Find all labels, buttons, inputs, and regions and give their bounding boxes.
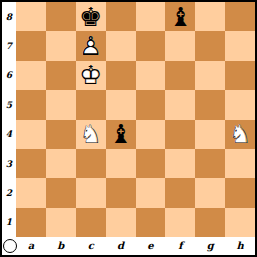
rank-label-4: 4: [2, 120, 16, 149]
square-b2[interactable]: [46, 178, 76, 207]
rank-label-7: 7: [2, 31, 16, 60]
white-to-move-circle-icon: [3, 239, 17, 253]
square-a5[interactable]: [16, 90, 46, 119]
file-label-a: a: [16, 237, 46, 254]
square-h8[interactable]: [225, 2, 255, 31]
rank-label-1: 1: [2, 208, 16, 237]
square-c5[interactable]: [76, 90, 106, 119]
square-c2[interactable]: [76, 178, 106, 207]
square-f3[interactable]: [165, 149, 195, 178]
rank-label-3: 3: [2, 149, 16, 178]
square-b4[interactable]: [46, 120, 76, 149]
file-label-b: b: [46, 237, 76, 254]
square-d8[interactable]: [106, 2, 136, 31]
file-label-f: f: [165, 237, 195, 254]
square-b1[interactable]: [46, 208, 76, 237]
square-a8[interactable]: [16, 2, 46, 31]
square-f5[interactable]: [165, 90, 195, 119]
square-h3[interactable]: [225, 149, 255, 178]
square-c7[interactable]: ♟♙: [76, 31, 106, 60]
square-e3[interactable]: [136, 149, 166, 178]
square-h6[interactable]: [225, 61, 255, 90]
square-c4[interactable]: ♞♘: [76, 120, 106, 149]
square-h5[interactable]: [225, 90, 255, 119]
square-h1[interactable]: [225, 208, 255, 237]
square-d4[interactable]: ♝: [106, 120, 136, 149]
square-c3[interactable]: [76, 149, 106, 178]
square-a4[interactable]: [16, 120, 46, 149]
square-c1[interactable]: [76, 208, 106, 237]
square-a6[interactable]: [16, 61, 46, 90]
square-g1[interactable]: [195, 208, 225, 237]
square-e7[interactable]: [136, 31, 166, 60]
square-h4[interactable]: ♞♘: [225, 120, 255, 149]
square-c6[interactable]: ♚♔: [76, 61, 106, 90]
rank-label-8: 8: [2, 2, 16, 31]
rank-label-2: 2: [2, 178, 16, 207]
file-label-h: h: [225, 237, 255, 254]
square-e6[interactable]: [136, 61, 166, 90]
piece-white-pawn-c7[interactable]: ♙: [76, 31, 106, 60]
piece-white-pawn-fill: ♟: [76, 31, 106, 60]
square-a7[interactable]: [16, 31, 46, 60]
square-d3[interactable]: [106, 149, 136, 178]
square-f7[interactable]: [165, 31, 195, 60]
piece-white-king-fill: ♚: [76, 61, 106, 90]
piece-white-king-c6[interactable]: ♔: [76, 61, 106, 90]
piece-black-bishop-d4[interactable]: ♝: [106, 120, 136, 149]
piece-white-knight-h4[interactable]: ♘: [225, 120, 255, 149]
square-f8[interactable]: ♝: [165, 2, 195, 31]
square-a1[interactable]: [16, 208, 46, 237]
square-e1[interactable]: [136, 208, 166, 237]
file-label-g: g: [195, 237, 225, 254]
square-b8[interactable]: [46, 2, 76, 31]
square-f4[interactable]: [165, 120, 195, 149]
square-h7[interactable]: [225, 31, 255, 60]
square-g7[interactable]: [195, 31, 225, 60]
chess-board[interactable]: ♚♝♟♙♚♔♞♘♝♞♘: [16, 2, 255, 237]
square-d1[interactable]: [106, 208, 136, 237]
square-d7[interactable]: [106, 31, 136, 60]
piece-white-knight-fill: ♞: [225, 120, 255, 149]
square-g3[interactable]: [195, 149, 225, 178]
square-b5[interactable]: [46, 90, 76, 119]
square-h2[interactable]: [225, 178, 255, 207]
square-e8[interactable]: [136, 2, 166, 31]
square-g4[interactable]: [195, 120, 225, 149]
square-b6[interactable]: [46, 61, 76, 90]
square-g5[interactable]: [195, 90, 225, 119]
file-labels: abcdefgh: [16, 237, 255, 254]
piece-black-king-c8[interactable]: ♚: [76, 2, 106, 31]
piece-white-knight-fill: ♞: [76, 120, 106, 149]
square-d6[interactable]: [106, 61, 136, 90]
square-a2[interactable]: [16, 178, 46, 207]
rank-label-6: 6: [2, 61, 16, 90]
file-label-e: e: [136, 237, 166, 254]
square-f6[interactable]: [165, 61, 195, 90]
square-d5[interactable]: [106, 90, 136, 119]
file-label-c: c: [76, 237, 106, 254]
file-label-d: d: [106, 237, 136, 254]
square-g2[interactable]: [195, 178, 225, 207]
chess-diagram: 87654321 ♚♝♟♙♚♔♞♘♝♞♘ abcdefgh: [0, 0, 257, 257]
square-b3[interactable]: [46, 149, 76, 178]
square-e5[interactable]: [136, 90, 166, 119]
rank-label-5: 5: [2, 90, 16, 119]
square-g6[interactable]: [195, 61, 225, 90]
piece-black-bishop-f8[interactable]: ♝: [165, 2, 195, 31]
square-d2[interactable]: [106, 178, 136, 207]
square-c8[interactable]: ♚: [76, 2, 106, 31]
square-a3[interactable]: [16, 149, 46, 178]
square-g8[interactable]: [195, 2, 225, 31]
square-b7[interactable]: [46, 31, 76, 60]
square-e2[interactable]: [136, 178, 166, 207]
square-f1[interactable]: [165, 208, 195, 237]
square-f2[interactable]: [165, 178, 195, 207]
square-e4[interactable]: [136, 120, 166, 149]
piece-white-knight-c4[interactable]: ♘: [76, 120, 106, 149]
rank-labels: 87654321: [2, 2, 16, 237]
